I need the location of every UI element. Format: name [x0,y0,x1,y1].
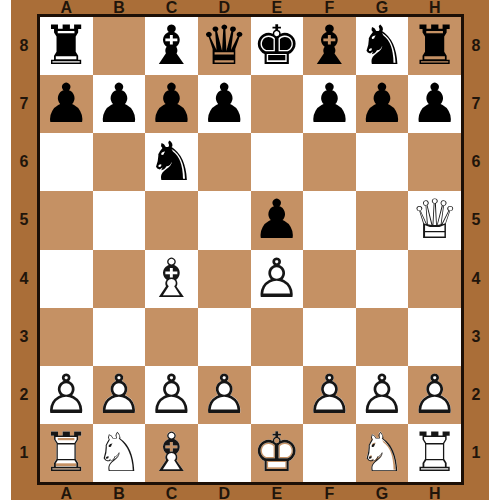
rank-label-5: 5 [463,191,489,249]
square-d5[interactable] [198,191,251,249]
square-g2[interactable]: ♟♙ [356,366,409,424]
square-e1[interactable]: ♚♔ [251,424,304,482]
rank-label-8: 8 [463,17,489,75]
square-d2[interactable]: ♟♙ [198,366,251,424]
square-e7[interactable] [251,75,304,133]
square-f2[interactable]: ♟♙ [303,366,356,424]
square-f4[interactable] [303,250,356,308]
chess-board: ♜♝♛♚♝♞♜♟♟♟♟♟♟♟♞♟♛♕♝♗♟♙♟♙♟♙♟♙♟♙♟♙♟♙♟♙♜♖♞♘… [40,17,461,482]
file-label-c: C [145,486,198,500]
black-pawn[interactable]: ♟ [358,77,406,131]
file-label-d: D [198,486,251,500]
file-labels-top: ABCDEFGH [40,0,461,14]
square-a8[interactable]: ♜ [40,17,93,75]
file-label-a: A [40,0,93,14]
square-b6[interactable] [93,133,146,191]
square-g8[interactable]: ♞ [356,17,409,75]
rank-label-4: 4 [11,250,37,308]
square-c7[interactable]: ♟ [145,75,198,133]
square-f1[interactable] [303,424,356,482]
square-e3[interactable] [251,308,304,366]
square-e6[interactable] [251,133,304,191]
file-label-d: D [198,0,251,14]
file-label-h: H [408,0,461,14]
square-h4[interactable] [408,250,461,308]
black-pawn[interactable]: ♟ [200,77,248,131]
black-pawn[interactable]: ♟ [95,77,143,131]
file-label-c: C [145,0,198,14]
square-d7[interactable]: ♟ [198,75,251,133]
square-e5[interactable]: ♟ [251,191,304,249]
white-pawn[interactable]: ♟♙ [253,252,301,306]
rank-labels-right: 87654321 [463,17,489,482]
square-a4[interactable] [40,250,93,308]
square-f6[interactable] [303,133,356,191]
square-g6[interactable] [356,133,409,191]
file-label-h: H [408,486,461,500]
black-knight[interactable]: ♞ [147,135,195,189]
square-f8[interactable]: ♝ [303,17,356,75]
black-pawn[interactable]: ♟ [305,77,353,131]
rank-label-7: 7 [11,75,37,133]
rank-label-3: 3 [11,308,37,366]
square-h2[interactable]: ♟♙ [408,366,461,424]
black-rook[interactable]: ♜ [42,19,90,73]
white-rook[interactable]: ♜♖ [410,426,458,480]
rank-label-8: 8 [11,17,37,75]
white-pawn[interactable]: ♟♙ [358,368,406,422]
square-b2[interactable]: ♟♙ [93,366,146,424]
white-pawn[interactable]: ♟♙ [410,368,458,422]
square-c6[interactable]: ♞ [145,133,198,191]
black-pawn[interactable]: ♟ [147,77,195,131]
white-rook[interactable]: ♜♖ [42,426,90,480]
board-outline: ♜♝♛♚♝♞♜♟♟♟♟♟♟♟♞♟♛♕♝♗♟♙♟♙♟♙♟♙♟♙♟♙♟♙♟♙♜♖♞♘… [37,14,464,485]
file-label-g: G [356,486,409,500]
square-b3[interactable] [93,308,146,366]
square-e2[interactable] [251,366,304,424]
square-f3[interactable] [303,308,356,366]
white-pawn[interactable]: ♟♙ [42,368,90,422]
square-g3[interactable] [356,308,409,366]
rank-label-1: 1 [463,424,489,482]
rank-label-3: 3 [463,308,489,366]
square-g1[interactable]: ♞♘ [356,424,409,482]
rank-label-6: 6 [11,133,37,191]
white-knight[interactable]: ♞♘ [95,426,143,480]
file-label-a: A [40,486,93,500]
file-label-e: E [251,486,304,500]
white-pawn[interactable]: ♟♙ [147,368,195,422]
square-g4[interactable] [356,250,409,308]
square-c8[interactable]: ♝ [145,17,198,75]
chess-diagram: ABCDEFGH ABCDEFGH 87654321 87654321 ♜♝♛♚… [0,0,500,500]
white-pawn[interactable]: ♟♙ [95,368,143,422]
file-label-b: B [93,486,146,500]
square-b5[interactable] [93,191,146,249]
square-d3[interactable] [198,308,251,366]
square-d8[interactable]: ♛ [198,17,251,75]
black-pawn[interactable]: ♟ [410,77,458,131]
white-queen[interactable]: ♛♕ [410,193,458,247]
black-knight[interactable]: ♞ [358,19,406,73]
square-b7[interactable]: ♟ [93,75,146,133]
square-h8[interactable]: ♜ [408,17,461,75]
square-d6[interactable] [198,133,251,191]
white-pawn[interactable]: ♟♙ [305,368,353,422]
file-label-f: F [303,0,356,14]
rank-label-6: 6 [463,133,489,191]
square-b1[interactable]: ♞♘ [93,424,146,482]
square-d4[interactable] [198,250,251,308]
square-f7[interactable]: ♟ [303,75,356,133]
white-bishop[interactable]: ♝♗ [147,252,195,306]
rank-label-2: 2 [463,366,489,424]
square-h6[interactable] [408,133,461,191]
black-bishop[interactable]: ♝ [147,19,195,73]
rank-label-5: 5 [11,191,37,249]
square-e4[interactable]: ♟♙ [251,250,304,308]
black-rook[interactable]: ♜ [410,19,458,73]
square-c2[interactable]: ♟♙ [145,366,198,424]
square-b8[interactable] [93,17,146,75]
square-g5[interactable] [356,191,409,249]
white-pawn[interactable]: ♟♙ [200,368,248,422]
rank-label-1: 1 [11,424,37,482]
file-label-e: E [251,0,304,14]
square-h7[interactable]: ♟ [408,75,461,133]
square-a1[interactable]: ♜♖ [40,424,93,482]
black-king[interactable]: ♚ [253,19,301,73]
square-c4[interactable]: ♝♗ [145,250,198,308]
white-knight[interactable]: ♞♘ [358,426,406,480]
file-label-b: B [93,0,146,14]
square-h1[interactable]: ♜♖ [408,424,461,482]
square-c3[interactable] [145,308,198,366]
square-d1[interactable] [198,424,251,482]
square-a7[interactable]: ♟ [40,75,93,133]
white-bishop[interactable]: ♝♗ [147,426,195,480]
rank-label-2: 2 [11,366,37,424]
rank-label-7: 7 [463,75,489,133]
square-b4[interactable] [93,250,146,308]
square-a5[interactable] [40,191,93,249]
square-e8[interactable]: ♚ [251,17,304,75]
square-g7[interactable]: ♟ [356,75,409,133]
square-h3[interactable] [408,308,461,366]
file-label-g: G [356,0,409,14]
white-king[interactable]: ♚♔ [253,426,301,480]
square-c1[interactable]: ♝♗ [145,424,198,482]
square-h5[interactable]: ♛♕ [408,191,461,249]
square-c5[interactable] [145,191,198,249]
black-bishop[interactable]: ♝ [305,19,353,73]
square-a3[interactable] [40,308,93,366]
black-pawn[interactable]: ♟ [42,77,90,131]
square-a2[interactable]: ♟♙ [40,366,93,424]
file-label-f: F [303,486,356,500]
black-pawn[interactable]: ♟ [253,193,301,247]
file-labels-bottom: ABCDEFGH [40,486,461,500]
square-f5[interactable] [303,191,356,249]
square-a6[interactable] [40,133,93,191]
rank-label-4: 4 [463,250,489,308]
rank-labels-left: 87654321 [11,17,37,482]
black-queen[interactable]: ♛ [200,19,248,73]
